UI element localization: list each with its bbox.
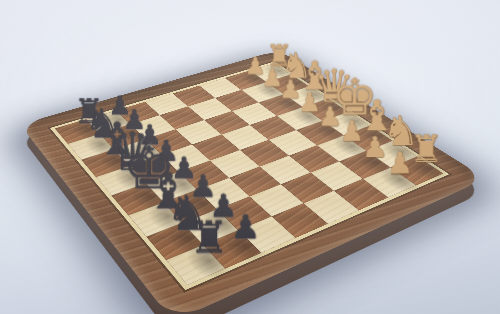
photo-backdrop: ♜♞♝♚♛♝♞♜♟♟♟♟♟♟♟♟♟♟♟♟♟♟♟♟♜♞♝♚♛♝♞♜ xyxy=(0,0,500,314)
board-squares: ♜♞♝♚♛♝♞♜♟♟♟♟♟♟♟♟♟♟♟♟♟♟♟♟♜♞♝♚♛♝♞♜ xyxy=(50,61,449,290)
square-h1: ♜ xyxy=(250,64,291,83)
white-knight-b1: ♞ xyxy=(369,111,433,152)
square-f1: ♝ xyxy=(284,86,328,107)
white-rook-h1: ♜ xyxy=(253,42,306,72)
chess-board: ♜♞♝♚♛♝♞♜♟♟♟♟♟♟♟♟♟♟♟♟♟♟♟♟♜♞♝♚♛♝♞♜ xyxy=(20,50,486,314)
white-king-d1: ♚ xyxy=(325,72,385,123)
square-h6 xyxy=(116,102,160,124)
